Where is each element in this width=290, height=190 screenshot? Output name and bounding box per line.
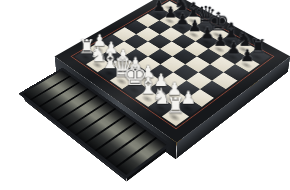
piece-black-pawn[interactable]: ♟	[230, 47, 265, 64]
chess-set: ♜♞♝♛♚♝♞♜♟♟♟♟♟♟♟♟♟♟♟♟♟♟♟♟♜♞♝♛♚♝♞♜	[56, 6, 288, 159]
board-case-top: ♜♞♝♛♚♝♞♜♟♟♟♟♟♟♟♟♟♟♟♟♟♟♟♟♜♞♝♛♚♝♞♜	[55, 0, 290, 143]
chess-set-product-photo: ♜♞♝♛♚♝♞♜♟♟♟♟♟♟♟♟♟♟♟♟♟♟♟♟♜♞♝♛♚♝♞♜	[0, 0, 290, 190]
piece-white-rook[interactable]: ♜	[156, 95, 194, 116]
